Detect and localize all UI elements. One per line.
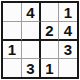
cell-r4c1[interactable]	[3, 59, 22, 77]
cell-r2c4[interactable]: 4	[59, 22, 77, 41]
cell-r1c1[interactable]	[3, 3, 22, 22]
cell-r1c2[interactable]: 4	[22, 3, 41, 22]
sudoku-board: 4 1 2 4 1 3 3 1	[1, 1, 79, 79]
cell-r4c3[interactable]: 1	[41, 59, 59, 77]
cell-r2c3[interactable]: 2	[41, 22, 59, 41]
cell-r1c4[interactable]: 1	[59, 3, 77, 22]
cell-r3c2[interactable]	[22, 41, 41, 59]
cell-r4c4[interactable]	[59, 59, 77, 77]
cell-r1c3[interactable]	[41, 3, 59, 22]
cell-r3c3[interactable]	[41, 41, 59, 59]
cell-r3c1[interactable]: 1	[3, 41, 22, 59]
sudoku-page: 4 1 2 4 1 3 3 1	[0, 0, 80, 80]
cell-r2c1[interactable]	[3, 22, 22, 41]
cell-r3c4[interactable]: 3	[59, 41, 77, 59]
cell-r4c2[interactable]: 3	[22, 59, 41, 77]
cell-r2c2[interactable]	[22, 22, 41, 41]
